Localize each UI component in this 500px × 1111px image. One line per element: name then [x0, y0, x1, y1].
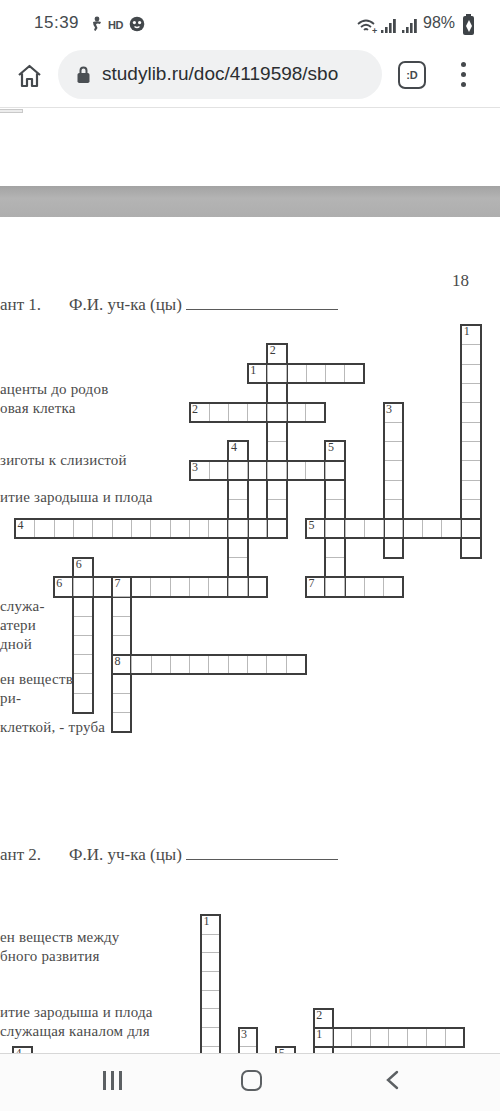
- empty-cell: [132, 656, 151, 673]
- recents-button[interactable]: [103, 1071, 122, 1090]
- empty-cell: [326, 578, 345, 595]
- empty-cell: [446, 1029, 464, 1046]
- svg-text:+: +: [372, 26, 377, 35]
- empty-cell: [113, 520, 132, 537]
- clue-text: дной: [0, 636, 32, 653]
- empty-cell: [326, 365, 345, 382]
- empty-cell: [229, 481, 246, 500]
- empty-cell: [93, 520, 112, 537]
- empty-cell: [248, 578, 266, 595]
- clue-text: аценты до родов: [0, 381, 108, 398]
- empty-cell: [202, 1028, 219, 1047]
- empty-cell: [423, 520, 442, 537]
- empty-cell: [202, 991, 219, 1010]
- variant2-header: ант 2.Ф.И. уч-ка (цы): [0, 845, 338, 865]
- empty-cell: [229, 404, 248, 421]
- empty-cell: [345, 578, 364, 595]
- accessibility-person-icon: [90, 16, 104, 36]
- empty-cell: [210, 462, 229, 479]
- variant2-title: ант 2.: [0, 845, 41, 864]
- clue-text: итие зародыша и плода: [0, 1004, 153, 1021]
- empty-cell: [190, 656, 209, 673]
- word-number: 6: [76, 558, 82, 571]
- empty-cell: [113, 713, 130, 731]
- clue-text: ен веществ между: [0, 929, 120, 946]
- empty-cell: [268, 404, 287, 421]
- empty-cell: [326, 500, 343, 519]
- empty-cell: [74, 520, 93, 537]
- empty-cell: [306, 404, 324, 421]
- empty-cell: [229, 500, 246, 519]
- empty-cell: [74, 636, 91, 655]
- empty-cell: [35, 520, 54, 537]
- clue-text: атери: [0, 617, 36, 634]
- empty-cell: [248, 656, 267, 673]
- variant1-title: ант 1.: [0, 295, 41, 314]
- empty-cell: [442, 520, 461, 537]
- word-number: 3: [192, 461, 198, 474]
- empty-cell: [229, 656, 248, 673]
- url-field[interactable]: studylib.ru/doc/4119598/sbo: [58, 50, 382, 99]
- menu-button[interactable]: [461, 62, 466, 90]
- browser-toolbar: studylib.ru/doc/4119598/sbo :D: [0, 45, 500, 108]
- variant1-header: ант 1.Ф.И. уч-ка (цы): [0, 295, 338, 315]
- clue-text: бного развития: [0, 948, 100, 965]
- empty-cell: [287, 365, 306, 382]
- empty-cell: [209, 656, 228, 673]
- empty-cell: [462, 461, 479, 480]
- empty-cell: [229, 462, 248, 479]
- empty-cell: [229, 539, 246, 558]
- word-number: 1: [464, 325, 470, 338]
- word-number: 3: [386, 403, 392, 416]
- empty-cell: [462, 403, 479, 422]
- empty-cell: [352, 1029, 371, 1046]
- empty-cell: [113, 636, 130, 655]
- empty-cell: [427, 1029, 446, 1046]
- crossword-word-5-down: 5: [275, 1046, 296, 1053]
- empty-cell: [248, 462, 267, 479]
- crossword-word-2-across: 2: [189, 402, 327, 423]
- empty-cell: [385, 461, 402, 480]
- empty-cell: [171, 578, 190, 595]
- empty-cell: [287, 404, 306, 421]
- empty-cell: [306, 462, 325, 479]
- crossword-word-7-across: 7: [305, 576, 404, 597]
- crossword-word-8-across: 8: [111, 654, 307, 675]
- empty-cell: [209, 520, 228, 537]
- empty-cell: [268, 500, 285, 519]
- empty-cell: [268, 462, 287, 479]
- lock-icon: [76, 65, 91, 88]
- empty-cell: [268, 442, 285, 461]
- empty-cell: [267, 656, 286, 673]
- empty-cell: [307, 365, 326, 382]
- empty-cell: [152, 656, 171, 673]
- empty-cell: [74, 674, 91, 693]
- empty-cell: [462, 384, 479, 403]
- crossword-word-3-across: 3: [189, 460, 346, 481]
- clue-text: служащая каналом для: [0, 1023, 150, 1040]
- empty-cell: [268, 365, 287, 382]
- empty-cell: [385, 500, 402, 519]
- empty-cell: [267, 520, 285, 537]
- clock: 15:39: [34, 13, 79, 33]
- empty-cell: [365, 578, 384, 595]
- empty-cell: [229, 520, 248, 537]
- back-button[interactable]: [384, 1070, 400, 1090]
- empty-cell: [346, 520, 365, 537]
- empty-cell: [190, 578, 209, 595]
- tab-switcher-button[interactable]: :D: [398, 61, 426, 89]
- clue-text: служа-: [0, 598, 45, 615]
- empty-cell: [229, 558, 246, 577]
- empty-cell: [132, 578, 151, 595]
- home-button[interactable]: [241, 1070, 262, 1091]
- empty-cell: [385, 481, 402, 500]
- empty-cell: [113, 694, 130, 713]
- empty-cell: [326, 481, 343, 500]
- signal-bars-icon: [381, 18, 398, 37]
- crossword-word-4-across: 4: [14, 518, 288, 539]
- empty-cell: [462, 538, 479, 556]
- empty-cell: [55, 520, 74, 537]
- empty-cell: [462, 442, 479, 461]
- clue-text: ен веществ: [0, 671, 73, 688]
- emoji-face-icon: [129, 16, 145, 36]
- word-number: 7: [115, 577, 121, 590]
- tab-count: :D: [406, 69, 418, 81]
- empty-cell: [384, 578, 402, 595]
- word-number: 2: [270, 344, 276, 357]
- crossword-word-1-down: 1: [200, 914, 221, 1053]
- variant1-name-label: Ф.И. уч-ка (цы): [69, 295, 182, 314]
- page-break-bar: [0, 186, 500, 217]
- crossword-word-4-down: 4: [12, 1046, 33, 1053]
- empty-cell: [202, 1009, 219, 1028]
- empty-cell: [74, 617, 91, 636]
- word-number: 4: [231, 441, 237, 454]
- empty-cell: [326, 558, 343, 577]
- empty-cell: [248, 520, 267, 537]
- empty-cell: [345, 365, 363, 382]
- empty-cell: [93, 578, 112, 595]
- clipped-row-fragment: [0, 109, 23, 113]
- url-text: studylib.ru/doc/4119598/sbo: [102, 63, 382, 85]
- empty-cell: [462, 345, 479, 364]
- empty-cell: [113, 597, 130, 616]
- empty-cell: [326, 520, 345, 537]
- crossword-word-1-across: 1: [313, 1027, 465, 1048]
- empty-cell: [268, 384, 285, 403]
- clue-text: зиготы к слизистой: [0, 452, 127, 469]
- empty-cell: [190, 520, 209, 537]
- word-number: 4: [18, 519, 24, 532]
- clue-text: клеткой, - труба: [0, 719, 105, 736]
- battery-percent: 98%: [423, 14, 455, 32]
- empty-cell: [461, 520, 479, 537]
- empty-cell: [171, 520, 190, 537]
- hd-icon: HD: [108, 19, 123, 31]
- empty-cell: [287, 462, 306, 479]
- empty-cell: [229, 578, 248, 595]
- empty-cell: [74, 578, 93, 595]
- word-number: 5: [309, 519, 315, 532]
- phone-screen: 15:39 HD + 98% studylib.ru/doc/4119598/s…: [0, 0, 500, 1111]
- empty-cell: [371, 1029, 390, 1046]
- empty-cell: [462, 423, 479, 442]
- empty-cell: [113, 617, 130, 636]
- word-number: 5: [328, 441, 334, 454]
- empty-cell: [462, 365, 479, 384]
- empty-cell: [209, 578, 228, 595]
- word-number: 2: [316, 1009, 322, 1022]
- empty-cell: [202, 972, 219, 991]
- word-number: 1: [250, 364, 256, 377]
- clue-text: итие зародыша и плода: [0, 489, 153, 506]
- word-number: 1: [316, 1028, 322, 1041]
- empty-cell: [74, 694, 91, 712]
- empty-cell: [268, 480, 285, 499]
- clue-text: ри-: [0, 690, 21, 707]
- empty-cell: [462, 500, 479, 519]
- wifi-calling-icon: +: [356, 17, 380, 39]
- word-number: 1: [204, 915, 210, 928]
- empty-cell: [268, 423, 285, 442]
- empty-cell: [210, 404, 229, 421]
- crossword-word-5-across: 5: [305, 518, 482, 539]
- empty-cell: [151, 520, 170, 537]
- signal-bars-icon: [402, 18, 419, 37]
- page-number: 18: [452, 271, 469, 291]
- empty-cell: [287, 656, 305, 673]
- status-bar: 15:39 HD + 98%: [0, 0, 500, 45]
- empty-cell: [74, 655, 91, 674]
- android-nav-bar: [0, 1053, 500, 1111]
- empty-cell: [202, 935, 219, 954]
- name-blank-line: [186, 846, 338, 860]
- empty-cell: [403, 520, 422, 537]
- clue-text: овая клетка: [0, 400, 76, 417]
- empty-cell: [74, 597, 91, 616]
- empty-cell: [202, 953, 219, 972]
- crossword-word-6-across: 6: [53, 576, 268, 597]
- empty-cell: [385, 442, 402, 461]
- empty-cell: [408, 1029, 427, 1046]
- empty-cell: [151, 578, 170, 595]
- word-number: 6: [56, 577, 62, 590]
- empty-cell: [389, 1029, 408, 1046]
- empty-cell: [333, 1029, 352, 1046]
- home-icon[interactable]: [16, 63, 43, 93]
- document-page[interactable]: 18 ант 1.Ф.И. уч-ка (цы) ант 2.Ф.И. уч-к…: [0, 109, 500, 1053]
- empty-cell: [385, 539, 402, 557]
- word-number: 8: [115, 655, 121, 668]
- empty-cell: [113, 675, 130, 694]
- empty-cell: [365, 520, 384, 537]
- empty-cell: [385, 423, 402, 442]
- empty-cell: [132, 520, 151, 537]
- word-number: 7: [309, 577, 315, 590]
- empty-cell: [326, 462, 344, 479]
- word-number: 3: [241, 1028, 247, 1041]
- empty-cell: [326, 539, 343, 558]
- word-number: 2: [192, 403, 198, 416]
- empty-cell: [462, 481, 479, 500]
- crossword-word-1-across: 1: [247, 363, 365, 384]
- battery-charging-icon: [463, 16, 474, 35]
- variant2-name-label: Ф.И. уч-ка (цы): [69, 845, 182, 864]
- name-blank-line: [186, 296, 338, 310]
- empty-cell: [171, 656, 190, 673]
- empty-cell: [248, 404, 267, 421]
- empty-cell: [384, 520, 403, 537]
- crossword-word-3-down: 3: [238, 1027, 259, 1053]
